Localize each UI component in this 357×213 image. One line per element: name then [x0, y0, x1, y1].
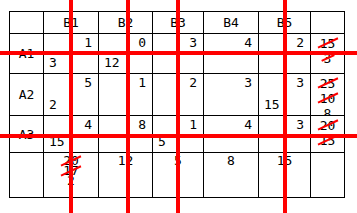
cost-a1-b3: 3	[189, 35, 197, 50]
demand-b4: 8	[204, 153, 259, 197]
cell-a2-b4: 3	[204, 74, 259, 116]
crossout-line-row-a3	[0, 134, 357, 138]
bottom-right-cell	[311, 153, 344, 197]
alloc-a1-b1: 3	[49, 55, 57, 70]
alloc-a2-b5: 15	[264, 97, 280, 112]
cost-a2-b3: 2	[189, 75, 197, 90]
supply-a1-initial: 15	[320, 36, 336, 51]
supply-a2-initial: 25	[320, 76, 336, 91]
cost-a3-b3: 1	[189, 117, 197, 132]
cost-a2-b5: 3	[296, 75, 304, 90]
cost-a1-b1: 1	[84, 35, 92, 50]
corner-cell	[10, 12, 44, 34]
supply-header-cell	[311, 12, 344, 34]
transportation-tableau: B1 B2 B3 B4 B5 A1 1 3 0 12 3 4 2 15 3 A2	[0, 0, 357, 213]
cost-a3-b4: 4	[244, 117, 252, 132]
row-label-a2: A2	[10, 74, 44, 116]
col-header-b4: B4	[204, 12, 259, 34]
cost-a3-b1: 4	[84, 117, 92, 132]
cost-a3-b2: 8	[138, 117, 146, 132]
supply-a2-step2: 10	[320, 91, 336, 106]
cost-a2-b4: 3	[244, 75, 252, 90]
alloc-a2-b1: 2	[49, 97, 57, 112]
crossout-line-col-b1	[69, 0, 73, 213]
cost-a1-b2: 0	[138, 35, 146, 50]
crossout-line-row-a1	[0, 51, 357, 55]
alloc-a1-b2: 12	[104, 55, 120, 70]
cost-a2-b1: 5	[84, 75, 92, 90]
cost-a3-b5: 3	[296, 117, 304, 132]
cost-a1-b5: 2	[296, 35, 304, 50]
crossout-line-col-b5	[283, 0, 287, 213]
demand-label-cell	[10, 153, 44, 197]
supply-a3-initial: 20	[320, 118, 336, 133]
crossout-line-col-b3	[176, 0, 180, 213]
crossout-line-col-b2	[126, 0, 130, 213]
cost-a2-b2: 1	[138, 75, 146, 90]
supply-a2: 25 10 8	[311, 74, 344, 116]
cost-a1-b4: 4	[244, 35, 252, 50]
